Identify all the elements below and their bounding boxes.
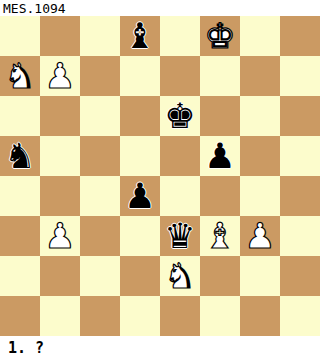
square-a2[interactable] (0, 256, 40, 296)
square-h7[interactable] (280, 56, 320, 96)
square-a6[interactable] (0, 96, 40, 136)
square-b2[interactable] (40, 256, 80, 296)
square-c5[interactable] (80, 136, 120, 176)
square-d6[interactable] (120, 96, 160, 136)
square-f8[interactable]: ♚ (200, 16, 240, 56)
square-g4[interactable] (240, 176, 280, 216)
square-g5[interactable] (240, 136, 280, 176)
square-d1[interactable] (120, 296, 160, 336)
square-b5[interactable] (40, 136, 80, 176)
square-a3[interactable] (0, 216, 40, 256)
chess-puzzle-window: MES.1094 ♝♚♞♟♚♞♟♟♟♛♝♟♞ 1. ? (0, 0, 320, 360)
square-b3[interactable]: ♟ (40, 216, 80, 256)
square-h6[interactable] (280, 96, 320, 136)
square-d8[interactable]: ♝ (120, 16, 160, 56)
square-a8[interactable] (0, 16, 40, 56)
square-d3[interactable] (120, 216, 160, 256)
square-h2[interactable] (280, 256, 320, 296)
square-f6[interactable] (200, 96, 240, 136)
square-c4[interactable] (80, 176, 120, 216)
square-g3[interactable]: ♟ (240, 216, 280, 256)
square-d7[interactable] (120, 56, 160, 96)
square-f4[interactable] (200, 176, 240, 216)
white-pawn: ♟ (44, 56, 75, 96)
square-e6[interactable]: ♚ (160, 96, 200, 136)
white-pawn: ♟ (44, 216, 75, 256)
white-king: ♚ (204, 16, 235, 56)
white-knight: ♞ (4, 56, 35, 96)
square-e1[interactable] (160, 296, 200, 336)
square-c2[interactable] (80, 256, 120, 296)
square-d2[interactable] (120, 256, 160, 296)
square-e8[interactable] (160, 16, 200, 56)
square-g7[interactable] (240, 56, 280, 96)
square-d5[interactable] (120, 136, 160, 176)
square-a7[interactable]: ♞ (0, 56, 40, 96)
square-g2[interactable] (240, 256, 280, 296)
square-a4[interactable] (0, 176, 40, 216)
titlebar: MES.1094 (0, 0, 320, 16)
square-a1[interactable] (0, 296, 40, 336)
square-b1[interactable] (40, 296, 80, 336)
square-b4[interactable] (40, 176, 80, 216)
square-b7[interactable]: ♟ (40, 56, 80, 96)
puzzle-id: MES.1094 (3, 1, 66, 16)
square-g8[interactable] (240, 16, 280, 56)
square-h1[interactable] (280, 296, 320, 336)
white-pawn: ♟ (244, 216, 275, 256)
white-bishop: ♝ (204, 216, 235, 256)
white-knight: ♞ (164, 256, 195, 296)
square-c7[interactable] (80, 56, 120, 96)
square-e4[interactable] (160, 176, 200, 216)
square-e7[interactable] (160, 56, 200, 96)
black-bishop: ♝ (124, 16, 155, 56)
square-e3[interactable]: ♛ (160, 216, 200, 256)
square-f2[interactable] (200, 256, 240, 296)
square-c3[interactable] (80, 216, 120, 256)
black-pawn: ♟ (204, 136, 235, 176)
square-e5[interactable] (160, 136, 200, 176)
square-c1[interactable] (80, 296, 120, 336)
square-c8[interactable] (80, 16, 120, 56)
square-f7[interactable] (200, 56, 240, 96)
square-e2[interactable]: ♞ (160, 256, 200, 296)
black-pawn: ♟ (124, 176, 155, 216)
chess-board: ♝♚♞♟♚♞♟♟♟♛♝♟♞ (0, 16, 320, 336)
square-d4[interactable]: ♟ (120, 176, 160, 216)
footer: 1. ? (0, 336, 320, 360)
square-h3[interactable] (280, 216, 320, 256)
square-h8[interactable] (280, 16, 320, 56)
square-b8[interactable] (40, 16, 80, 56)
black-king: ♚ (164, 96, 195, 136)
square-g1[interactable] (240, 296, 280, 336)
square-f1[interactable] (200, 296, 240, 336)
black-knight: ♞ (4, 136, 35, 176)
square-b6[interactable] (40, 96, 80, 136)
square-h5[interactable] (280, 136, 320, 176)
black-queen: ♛ (164, 216, 195, 256)
move-prompt: 1. ? (8, 339, 44, 357)
square-f5[interactable]: ♟ (200, 136, 240, 176)
square-h4[interactable] (280, 176, 320, 216)
square-f3[interactable]: ♝ (200, 216, 240, 256)
square-g6[interactable] (240, 96, 280, 136)
square-a5[interactable]: ♞ (0, 136, 40, 176)
square-c6[interactable] (80, 96, 120, 136)
